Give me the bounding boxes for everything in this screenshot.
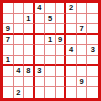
cell-r7c6[interactable] — [56, 66, 67, 77]
cell-r7c3[interactable]: 8 — [24, 66, 35, 77]
cell-r7c2[interactable]: 4 — [14, 66, 25, 77]
cell-r5c5[interactable] — [45, 45, 56, 56]
cell-r4c2[interactable] — [14, 35, 25, 46]
cell-r3c8[interactable]: 7 — [77, 24, 88, 35]
cell-r4c9[interactable] — [87, 35, 98, 46]
cell-r5c7[interactable]: 4 — [66, 45, 77, 56]
cell-r2c6[interactable] — [56, 14, 67, 25]
cell-r6c4[interactable] — [35, 56, 46, 67]
cell-r8c7[interactable] — [66, 77, 77, 88]
cell-r6c8[interactable] — [77, 56, 88, 67]
cell-r3c2[interactable] — [14, 24, 25, 35]
cell-r1c7[interactable]: 2 — [66, 3, 77, 14]
cell-r5c9[interactable]: 3 — [87, 45, 98, 56]
cell-r5c2[interactable] — [14, 45, 25, 56]
cell-r4c3[interactable] — [24, 35, 35, 46]
cell-r8c1[interactable] — [3, 77, 14, 88]
cell-r7c9[interactable] — [87, 66, 98, 77]
cell-r2c9[interactable] — [87, 14, 98, 25]
cell-r7c8[interactable] — [77, 66, 88, 77]
cell-r2c8[interactable] — [77, 14, 88, 25]
cell-r4c5[interactable]: 1 — [45, 35, 56, 46]
cell-r5c6[interactable] — [56, 45, 67, 56]
cell-r8c9[interactable] — [87, 77, 98, 88]
cell-r2c3[interactable]: 1 — [24, 14, 35, 25]
cell-r4c8[interactable] — [77, 35, 88, 46]
cell-r8c5[interactable] — [45, 77, 56, 88]
cell-r4c7[interactable] — [66, 35, 77, 46]
cell-r1c5[interactable] — [45, 3, 56, 14]
cell-r9c6[interactable] — [56, 87, 67, 98]
cell-r5c1[interactable] — [3, 45, 14, 56]
cell-r3c3[interactable] — [24, 24, 35, 35]
cell-r2c7[interactable] — [66, 14, 77, 25]
cell-r8c2[interactable] — [14, 77, 25, 88]
cell-r3c1[interactable]: 9 — [3, 24, 14, 35]
cell-r6c2[interactable] — [14, 56, 25, 67]
cell-r1c4[interactable]: 4 — [35, 3, 46, 14]
cell-r5c8[interactable] — [77, 45, 88, 56]
cell-r2c1[interactable] — [3, 14, 14, 25]
cell-r8c3[interactable] — [24, 77, 35, 88]
cell-r1c3[interactable] — [24, 3, 35, 14]
cell-r1c8[interactable] — [77, 3, 88, 14]
cell-r1c9[interactable] — [87, 3, 98, 14]
cell-r6c7[interactable] — [66, 56, 77, 67]
cell-r8c4[interactable] — [35, 77, 46, 88]
cell-r9c8[interactable] — [77, 87, 88, 98]
cell-r6c5[interactable] — [45, 56, 56, 67]
cell-r9c3[interactable] — [24, 87, 35, 98]
cell-r3c7[interactable] — [66, 24, 77, 35]
cell-r3c6[interactable] — [56, 24, 67, 35]
cell-r9c1[interactable] — [3, 87, 14, 98]
cell-r7c5[interactable] — [45, 66, 56, 77]
cell-r6c9[interactable] — [87, 56, 98, 67]
cell-r3c9[interactable] — [87, 24, 98, 35]
cell-r6c6[interactable] — [56, 56, 67, 67]
cell-r9c2[interactable]: 2 — [14, 87, 25, 98]
cell-r8c6[interactable] — [56, 77, 67, 88]
cell-r7c4[interactable]: 3 — [35, 66, 46, 77]
cell-r8c8[interactable]: 9 — [77, 77, 88, 88]
cell-r9c4[interactable] — [35, 87, 46, 98]
cell-r7c1[interactable] — [3, 66, 14, 77]
cell-r5c4[interactable] — [35, 45, 46, 56]
cell-r6c3[interactable] — [24, 56, 35, 67]
cell-r1c2[interactable] — [14, 3, 25, 14]
cell-r7c7[interactable] — [66, 66, 77, 77]
cell-r9c9[interactable] — [87, 87, 98, 98]
cell-r2c2[interactable] — [14, 14, 25, 25]
cell-r1c6[interactable] — [56, 3, 67, 14]
cell-r4c6[interactable]: 9 — [56, 35, 67, 46]
cell-r4c4[interactable] — [35, 35, 46, 46]
cell-r2c5[interactable]: 5 — [45, 14, 56, 25]
cell-r2c4[interactable] — [35, 14, 46, 25]
cell-r3c5[interactable] — [45, 24, 56, 35]
cell-r9c7[interactable] — [66, 87, 77, 98]
sudoku-board: 42159771943148392 — [0, 0, 101, 101]
cell-r4c1[interactable]: 7 — [3, 35, 14, 46]
cell-r9c5[interactable] — [45, 87, 56, 98]
cell-r1c1[interactable] — [3, 3, 14, 14]
cell-r3c4[interactable] — [35, 24, 46, 35]
cell-r6c1[interactable]: 1 — [3, 56, 14, 67]
cell-r5c3[interactable] — [24, 45, 35, 56]
